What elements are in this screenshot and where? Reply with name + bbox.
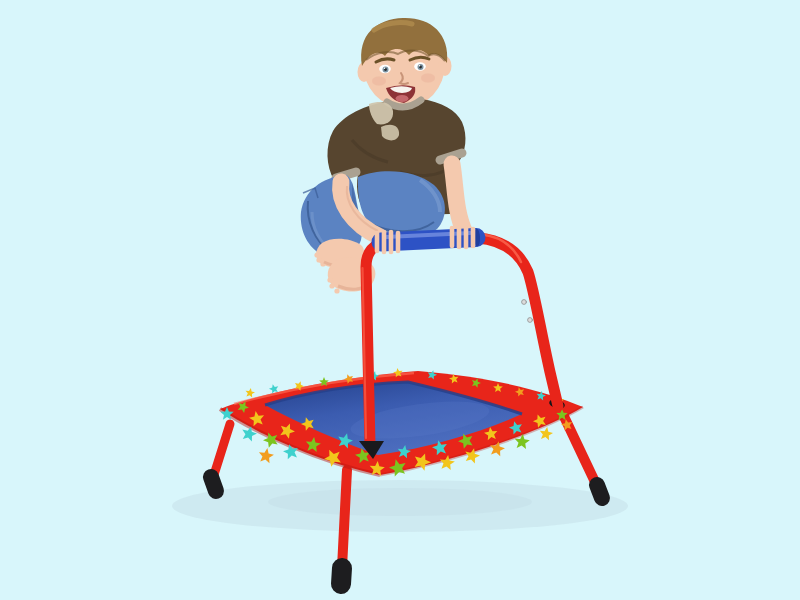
scene: Young boy in mid-air jump over a small s… [0, 0, 800, 600]
front-leg [342, 470, 347, 568]
right-cheek-blush [421, 74, 435, 83]
floor-shadow [172, 480, 628, 532]
left-cheek-blush [372, 77, 386, 86]
left-ear [358, 62, 371, 82]
left-eye-glint [384, 68, 386, 70]
left-foot-toe-1 [314, 252, 319, 257]
photo-stage: Young boy in mid-air jump over a small s… [0, 0, 800, 600]
rear-left-foot-cap [211, 477, 216, 491]
rear-right-foot-cap [597, 485, 602, 498]
shadow-small [268, 488, 532, 516]
tube-screw-upper [522, 300, 527, 305]
right-eye-glint [419, 65, 421, 67]
left-foot-toe-2 [316, 257, 321, 262]
front-foot-cap [341, 568, 342, 584]
right-foot-toe-3 [334, 288, 339, 293]
tube-screw-lower [528, 318, 533, 323]
tongue [396, 95, 409, 102]
right-foot-toe-1 [327, 277, 332, 282]
right-foot-toe-2 [329, 283, 334, 288]
